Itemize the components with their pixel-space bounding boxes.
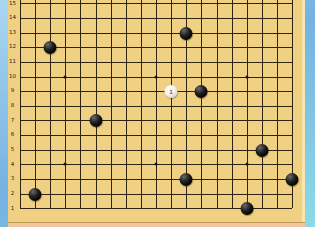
intersection-c11-r12[interactable] — [164, 40, 179, 55]
intersection-c2-r3[interactable] — [28, 172, 43, 187]
intersection-c17-r3[interactable] — [254, 172, 269, 187]
intersection-c3-r13[interactable] — [43, 25, 58, 40]
intersection-c2-r9[interactable] — [28, 84, 43, 99]
intersection-c8-r14[interactable] — [118, 11, 133, 26]
intersection-c8-r12[interactable] — [118, 40, 133, 55]
intersection-c10-r11[interactable] — [149, 55, 164, 70]
intersection-c11-r4[interactable] — [164, 157, 179, 172]
intersection-c15-r13[interactable] — [224, 25, 239, 40]
intersection-c11-r15[interactable] — [164, 0, 179, 11]
intersection-c15-r8[interactable] — [224, 98, 239, 113]
intersection-c16-r11[interactable] — [239, 55, 254, 70]
intersection-c16-r5[interactable] — [239, 142, 254, 157]
intersection-c1-r11[interactable] — [12, 55, 27, 70]
intersection-c6-r10[interactable] — [88, 69, 103, 84]
intersection-c3-r10[interactable] — [43, 69, 58, 84]
intersection-c17-r4[interactable] — [254, 157, 269, 172]
intersection-c11-r10[interactable] — [164, 69, 179, 84]
black-stone-F7[interactable] — [89, 114, 102, 127]
intersection-c5-r13[interactable] — [73, 25, 88, 40]
intersection-c10-r15[interactable] — [149, 0, 164, 11]
intersection-c1-r10[interactable] — [12, 69, 27, 84]
intersection-c5-r2[interactable] — [73, 186, 88, 201]
intersection-c11-r5[interactable] — [164, 142, 179, 157]
intersection-c9-r13[interactable] — [133, 25, 148, 40]
intersection-c6-r5[interactable] — [88, 142, 103, 157]
intersection-c13-r9[interactable] — [194, 84, 209, 99]
intersection-c14-r1[interactable] — [209, 201, 224, 216]
intersection-c17-r7[interactable] — [254, 113, 269, 128]
intersection-c5-r6[interactable] — [73, 128, 88, 143]
intersection-c7-r7[interactable] — [103, 113, 118, 128]
intersection-c18-r7[interactable] — [270, 113, 285, 128]
intersection-c10-r3[interactable] — [149, 172, 164, 187]
intersection-c12-r14[interactable] — [179, 11, 194, 26]
intersection-c19-r9[interactable] — [285, 84, 300, 99]
intersection-c3-r9[interactable] — [43, 84, 58, 99]
intersection-c8-r3[interactable] — [118, 172, 133, 187]
intersection-c7-r12[interactable] — [103, 40, 118, 55]
intersection-c3-r6[interactable] — [43, 128, 58, 143]
intersection-c4-r1[interactable] — [58, 201, 73, 216]
intersection-c10-r10[interactable] — [149, 69, 164, 84]
intersection-c12-r10[interactable] — [179, 69, 194, 84]
intersection-c13-r3[interactable] — [194, 172, 209, 187]
intersection-c18-r13[interactable] — [270, 25, 285, 40]
intersection-c18-r6[interactable] — [270, 128, 285, 143]
intersection-c8-r1[interactable] — [118, 201, 133, 216]
intersection-c2-r5[interactable] — [28, 142, 43, 157]
intersection-c9-r7[interactable] — [133, 113, 148, 128]
intersection-c14-r11[interactable] — [209, 55, 224, 70]
intersection-c7-r8[interactable] — [103, 98, 118, 113]
intersection-c19-r13[interactable] — [285, 25, 300, 40]
intersection-c5-r15[interactable] — [73, 0, 88, 11]
intersection-c6-r7[interactable] — [88, 113, 103, 128]
board-right-edge — [302, 0, 305, 227]
intersection-c2-r8[interactable] — [28, 98, 43, 113]
intersection-c13-r13[interactable] — [194, 25, 209, 40]
intersection-c3-r12[interactable] — [43, 40, 58, 55]
intersection-c2-r13[interactable] — [28, 25, 43, 40]
intersection-c16-r13[interactable] — [239, 25, 254, 40]
intersection-c16-r3[interactable] — [239, 172, 254, 187]
intersection-c4-r3[interactable] — [58, 172, 73, 187]
intersection-c10-r14[interactable] — [149, 11, 164, 26]
intersection-c2-r7[interactable] — [28, 113, 43, 128]
intersection-c13-r14[interactable] — [194, 11, 209, 26]
intersection-c8-r9[interactable] — [118, 84, 133, 99]
intersection-c15-r11[interactable] — [224, 55, 239, 70]
intersection-c16-r2[interactable] — [239, 186, 254, 201]
intersection-c14-r10[interactable] — [209, 69, 224, 84]
intersection-c11-r2[interactable] — [164, 186, 179, 201]
intersection-c11-r14[interactable] — [164, 11, 179, 26]
intersection-c12-r13[interactable] — [179, 25, 194, 40]
intersection-c9-r10[interactable] — [133, 69, 148, 84]
intersection-c14-r4[interactable] — [209, 157, 224, 172]
intersection-c1-r3[interactable] — [12, 172, 27, 187]
intersection-c19-r12[interactable] — [285, 40, 300, 55]
intersection-c9-r4[interactable] — [133, 157, 148, 172]
intersection-c9-r3[interactable] — [133, 172, 148, 187]
intersection-c18-r11[interactable] — [270, 55, 285, 70]
intersection-c1-r1[interactable] — [12, 201, 27, 216]
intersection-c13-r6[interactable] — [194, 128, 209, 143]
intersection-c5-r7[interactable] — [73, 113, 88, 128]
intersection-c15-r10[interactable] — [224, 69, 239, 84]
intersection-c15-r7[interactable] — [224, 113, 239, 128]
intersection-c19-r6[interactable] — [285, 128, 300, 143]
intersection-c3-r2[interactable] — [43, 186, 58, 201]
intersection-c6-r15[interactable] — [88, 0, 103, 11]
intersection-c15-r9[interactable] — [224, 84, 239, 99]
black-stone-C12[interactable] — [44, 41, 57, 54]
white-stone-L9[interactable]: 1 — [165, 85, 178, 98]
intersection-c19-r3[interactable] — [285, 172, 300, 187]
intersection-c2-r15[interactable] — [28, 0, 43, 11]
intersection-c15-r6[interactable] — [224, 128, 239, 143]
intersection-c8-r6[interactable] — [118, 128, 133, 143]
intersection-c16-r6[interactable] — [239, 128, 254, 143]
intersection-c6-r6[interactable] — [88, 128, 103, 143]
intersection-c18-r5[interactable] — [270, 142, 285, 157]
intersection-c13-r15[interactable] — [194, 0, 209, 11]
intersection-c8-r7[interactable] — [118, 113, 133, 128]
intersection-c10-r4[interactable] — [149, 157, 164, 172]
intersection-c12-r12[interactable] — [179, 40, 194, 55]
intersection-c17-r14[interactable] — [254, 11, 269, 26]
intersection-c1-r4[interactable] — [12, 157, 27, 172]
intersection-c16-r14[interactable] — [239, 11, 254, 26]
intersection-c8-r13[interactable] — [118, 25, 133, 40]
intersection-c12-r9[interactable] — [179, 84, 194, 99]
intersection-c14-r5[interactable] — [209, 142, 224, 157]
intersection-c1-r7[interactable] — [12, 113, 27, 128]
intersection-c15-r14[interactable] — [224, 11, 239, 26]
intersection-c17-r12[interactable] — [254, 40, 269, 55]
intersection-c11-r1[interactable] — [164, 201, 179, 216]
intersection-c17-r6[interactable] — [254, 128, 269, 143]
intersection-c19-r7[interactable] — [285, 113, 300, 128]
intersection-c3-r7[interactable] — [43, 113, 58, 128]
intersection-c3-r15[interactable] — [43, 0, 58, 11]
intersection-c4-r5[interactable] — [58, 142, 73, 157]
intersection-c16-r12[interactable] — [239, 40, 254, 55]
intersection-c10-r1[interactable] — [149, 201, 164, 216]
intersection-c1-r12[interactable] — [12, 40, 27, 55]
black-stone-B2[interactable] — [29, 188, 42, 201]
intersection-c12-r3[interactable] — [179, 172, 194, 187]
intersection-c19-r5[interactable] — [285, 142, 300, 157]
intersection-c10-r12[interactable] — [149, 40, 164, 55]
intersection-c15-r3[interactable] — [224, 172, 239, 187]
intersection-c2-r12[interactable] — [28, 40, 43, 55]
intersection-c3-r3[interactable] — [43, 172, 58, 187]
intersection-c19-r14[interactable] — [285, 11, 300, 26]
intersection-c4-r14[interactable] — [58, 11, 73, 26]
intersection-c2-r14[interactable] — [28, 11, 43, 26]
intersection-c8-r5[interactable] — [118, 142, 133, 157]
intersection-c14-r15[interactable] — [209, 0, 224, 11]
intersection-c8-r15[interactable] — [118, 0, 133, 11]
board-grid: 1 — [12, 0, 299, 216]
intersection-c14-r7[interactable] — [209, 113, 224, 128]
intersection-c6-r14[interactable] — [88, 11, 103, 26]
intersection-c15-r4[interactable] — [224, 157, 239, 172]
intersection-c15-r1[interactable] — [224, 201, 239, 216]
intersection-c16-r7[interactable] — [239, 113, 254, 128]
intersection-c12-r6[interactable] — [179, 128, 194, 143]
intersection-c19-r10[interactable] — [285, 69, 300, 84]
intersection-c10-r6[interactable] — [149, 128, 164, 143]
black-stone-M13[interactable] — [180, 27, 193, 40]
intersection-c7-r11[interactable] — [103, 55, 118, 70]
intersection-c7-r1[interactable] — [103, 201, 118, 216]
intersection-c18-r3[interactable] — [270, 172, 285, 187]
intersection-c3-r11[interactable] — [43, 55, 58, 70]
intersection-c1-r5[interactable] — [12, 142, 27, 157]
intersection-c1-r8[interactable] — [12, 98, 27, 113]
intersection-c13-r11[interactable] — [194, 55, 209, 70]
intersection-c6-r4[interactable] — [88, 157, 103, 172]
intersection-c15-r5[interactable] — [224, 142, 239, 157]
star-point — [155, 163, 158, 166]
intersection-c19-r4[interactable] — [285, 157, 300, 172]
intersection-c4-r7[interactable] — [58, 113, 73, 128]
intersection-c9-r15[interactable] — [133, 0, 148, 11]
intersection-c7-r10[interactable] — [103, 69, 118, 84]
intersection-c16-r15[interactable] — [239, 0, 254, 11]
intersection-c8-r10[interactable] — [118, 69, 133, 84]
intersection-c4-r2[interactable] — [58, 186, 73, 201]
intersection-c5-r5[interactable] — [73, 142, 88, 157]
intersection-c17-r13[interactable] — [254, 25, 269, 40]
intersection-c19-r2[interactable] — [285, 186, 300, 201]
intersection-c18-r4[interactable] — [270, 157, 285, 172]
intersection-c5-r9[interactable] — [73, 84, 88, 99]
intersection-c10-r7[interactable] — [149, 113, 164, 128]
intersection-c2-r11[interactable] — [28, 55, 43, 70]
intersection-c6-r2[interactable] — [88, 186, 103, 201]
intersection-c13-r7[interactable] — [194, 113, 209, 128]
black-stone-M3[interactable] — [180, 173, 193, 186]
intersection-c18-r1[interactable] — [270, 201, 285, 216]
go-board[interactable]: 151413121110987654321 1 — [8, 0, 305, 227]
intersection-c15-r15[interactable] — [224, 0, 239, 11]
intersection-c5-r14[interactable] — [73, 11, 88, 26]
intersection-c17-r2[interactable] — [254, 186, 269, 201]
intersection-c18-r9[interactable] — [270, 84, 285, 99]
intersection-c12-r2[interactable] — [179, 186, 194, 201]
intersection-c8-r2[interactable] — [118, 186, 133, 201]
intersection-c4-r9[interactable] — [58, 84, 73, 99]
intersection-c16-r8[interactable] — [239, 98, 254, 113]
intersection-c6-r11[interactable] — [88, 55, 103, 70]
intersection-c6-r9[interactable] — [88, 84, 103, 99]
intersection-c4-r15[interactable] — [58, 0, 73, 11]
intersection-c12-r1[interactable] — [179, 201, 194, 216]
intersection-c7-r9[interactable] — [103, 84, 118, 99]
intersection-c13-r5[interactable] — [194, 142, 209, 157]
intersection-c5-r1[interactable] — [73, 201, 88, 216]
intersection-c2-r2[interactable] — [28, 186, 43, 201]
intersection-c6-r1[interactable] — [88, 201, 103, 216]
intersection-c9-r5[interactable] — [133, 142, 148, 157]
intersection-c9-r8[interactable] — [133, 98, 148, 113]
intersection-c7-r13[interactable] — [103, 25, 118, 40]
intersection-c18-r14[interactable] — [270, 11, 285, 26]
intersection-c4-r10[interactable] — [58, 69, 73, 84]
intersection-c10-r8[interactable] — [149, 98, 164, 113]
intersection-c1-r9[interactable] — [12, 84, 27, 99]
intersection-c1-r13[interactable] — [12, 25, 27, 40]
black-stone-R5[interactable] — [255, 144, 268, 157]
intersection-c9-r9[interactable] — [133, 84, 148, 99]
intersection-c2-r1[interactable] — [28, 201, 43, 216]
intersection-c6-r13[interactable] — [88, 25, 103, 40]
intersection-c11-r7[interactable] — [164, 113, 179, 128]
intersection-c12-r7[interactable] — [179, 113, 194, 128]
intersection-c10-r13[interactable] — [149, 25, 164, 40]
intersection-c9-r6[interactable] — [133, 128, 148, 143]
intersection-c9-r2[interactable] — [133, 186, 148, 201]
intersection-c8-r11[interactable] — [118, 55, 133, 70]
intersection-c17-r8[interactable] — [254, 98, 269, 113]
intersection-c16-r4[interactable] — [239, 157, 254, 172]
intersection-c12-r15[interactable] — [179, 0, 194, 11]
intersection-c11-r13[interactable] — [164, 25, 179, 40]
intersection-c13-r10[interactable] — [194, 69, 209, 84]
intersection-c17-r1[interactable] — [254, 201, 269, 216]
intersection-c13-r12[interactable] — [194, 40, 209, 55]
intersection-c16-r10[interactable] — [239, 69, 254, 84]
intersection-c16-r9[interactable] — [239, 84, 254, 99]
intersection-c11-r3[interactable] — [164, 172, 179, 187]
intersection-c12-r4[interactable] — [179, 157, 194, 172]
intersection-c7-r5[interactable] — [103, 142, 118, 157]
intersection-c13-r2[interactable] — [194, 186, 209, 201]
intersection-c17-r5[interactable] — [254, 142, 269, 157]
intersection-c13-r8[interactable] — [194, 98, 209, 113]
intersection-c13-r4[interactable] — [194, 157, 209, 172]
intersection-c1-r15[interactable] — [12, 0, 27, 11]
intersection-c1-r14[interactable] — [12, 11, 27, 26]
intersection-c18-r10[interactable] — [270, 69, 285, 84]
intersection-c5-r10[interactable] — [73, 69, 88, 84]
intersection-c14-r8[interactable] — [209, 98, 224, 113]
intersection-c7-r15[interactable] — [103, 0, 118, 11]
intersection-c2-r4[interactable] — [28, 157, 43, 172]
intersection-c9-r12[interactable] — [133, 40, 148, 55]
intersection-c7-r6[interactable] — [103, 128, 118, 143]
intersection-c9-r1[interactable] — [133, 201, 148, 216]
intersection-c17-r10[interactable] — [254, 69, 269, 84]
intersection-c9-r11[interactable] — [133, 55, 148, 70]
intersection-c5-r4[interactable] — [73, 157, 88, 172]
intersection-c4-r11[interactable] — [58, 55, 73, 70]
intersection-c14-r2[interactable] — [209, 186, 224, 201]
intersection-c19-r11[interactable] — [285, 55, 300, 70]
intersection-c4-r6[interactable] — [58, 128, 73, 143]
intersection-c10-r9[interactable] — [149, 84, 164, 99]
intersection-c2-r6[interactable] — [28, 128, 43, 143]
intersection-c17-r15[interactable] — [254, 0, 269, 11]
intersection-c11-r8[interactable] — [164, 98, 179, 113]
intersection-c18-r8[interactable] — [270, 98, 285, 113]
intersection-c16-r1[interactable] — [239, 201, 254, 216]
intersection-c1-r2[interactable] — [12, 186, 27, 201]
intersection-c8-r8[interactable] — [118, 98, 133, 113]
intersection-c15-r2[interactable] — [224, 186, 239, 201]
intersection-c18-r15[interactable] — [270, 0, 285, 11]
intersection-c11-r9[interactable]: 1 — [164, 84, 179, 99]
intersection-c19-r15[interactable] — [285, 0, 300, 11]
intersection-c5-r3[interactable] — [73, 172, 88, 187]
black-stone-N9[interactable] — [195, 85, 208, 98]
intersection-c11-r6[interactable] — [164, 128, 179, 143]
intersection-c6-r8[interactable] — [88, 98, 103, 113]
intersection-c12-r11[interactable] — [179, 55, 194, 70]
intersection-c1-r6[interactable] — [12, 128, 27, 143]
intersection-c14-r13[interactable] — [209, 25, 224, 40]
board-bottom-edge — [8, 222, 305, 227]
intersection-c14-r12[interactable] — [209, 40, 224, 55]
intersection-c3-r5[interactable] — [43, 142, 58, 157]
intersection-c10-r5[interactable] — [149, 142, 164, 157]
intersection-c3-r1[interactable] — [43, 201, 58, 216]
intersection-c17-r9[interactable] — [254, 84, 269, 99]
intersection-c4-r4[interactable] — [58, 157, 73, 172]
intersection-c8-r4[interactable] — [118, 157, 133, 172]
intersection-c6-r3[interactable] — [88, 172, 103, 187]
intersection-c18-r12[interactable] — [270, 40, 285, 55]
intersection-c10-r2[interactable] — [149, 186, 164, 201]
intersection-c19-r1[interactable] — [285, 201, 300, 216]
intersection-c14-r9[interactable] — [209, 84, 224, 99]
intersection-c17-r11[interactable] — [254, 55, 269, 70]
intersection-c5-r8[interactable] — [73, 98, 88, 113]
intersection-c4-r12[interactable] — [58, 40, 73, 55]
intersection-c15-r12[interactable] — [224, 40, 239, 55]
intersection-c11-r11[interactable] — [164, 55, 179, 70]
intersection-c6-r12[interactable] — [88, 40, 103, 55]
intersection-c13-r1[interactable] — [194, 201, 209, 216]
intersection-c5-r11[interactable] — [73, 55, 88, 70]
intersection-c5-r12[interactable] — [73, 40, 88, 55]
intersection-c12-r5[interactable] — [179, 142, 194, 157]
intersection-c3-r14[interactable] — [43, 11, 58, 26]
intersection-c14-r3[interactable] — [209, 172, 224, 187]
intersection-c7-r2[interactable] — [103, 186, 118, 201]
intersection-c3-r4[interactable] — [43, 157, 58, 172]
intersection-c7-r3[interactable] — [103, 172, 118, 187]
intersection-c7-r4[interactable] — [103, 157, 118, 172]
black-stone-Q1[interactable] — [240, 202, 253, 215]
black-stone-T3[interactable] — [286, 173, 299, 186]
intersection-c3-r8[interactable] — [43, 98, 58, 113]
intersection-c4-r13[interactable] — [58, 25, 73, 40]
intersection-c12-r8[interactable] — [179, 98, 194, 113]
intersection-c9-r14[interactable] — [133, 11, 148, 26]
intersection-c7-r14[interactable] — [103, 11, 118, 26]
intersection-c4-r8[interactable] — [58, 98, 73, 113]
intersection-c18-r2[interactable] — [270, 186, 285, 201]
intersection-c19-r8[interactable] — [285, 98, 300, 113]
intersection-c2-r10[interactable] — [28, 69, 43, 84]
intersection-c14-r6[interactable] — [209, 128, 224, 143]
intersection-c14-r14[interactable] — [209, 11, 224, 26]
